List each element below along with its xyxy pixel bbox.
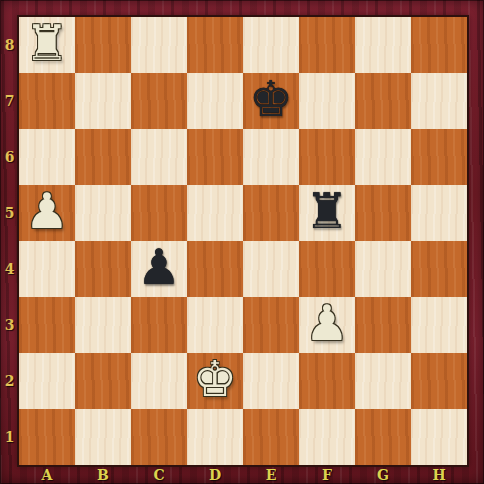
square-b4[interactable] (75, 241, 131, 297)
square-a7[interactable] (19, 73, 75, 129)
white-rook[interactable]: ♜ (25, 19, 69, 68)
square-c7[interactable] (131, 73, 187, 129)
white-pawn[interactable]: ♟ (305, 299, 349, 348)
file-label-g: G (355, 465, 411, 484)
square-f2[interactable] (299, 353, 355, 409)
rank-label-1: 1 (0, 409, 19, 465)
square-c2[interactable] (131, 353, 187, 409)
square-a5[interactable]: ♟ (19, 185, 75, 241)
square-f4[interactable] (299, 241, 355, 297)
square-b8[interactable] (75, 17, 131, 73)
white-pawn[interactable]: ♟ (25, 187, 69, 236)
square-h1[interactable] (411, 409, 467, 465)
square-d4[interactable] (187, 241, 243, 297)
black-pawn[interactable]: ♟ (137, 243, 181, 292)
square-g2[interactable] (355, 353, 411, 409)
rank-label-6: 6 (0, 129, 19, 185)
square-f7[interactable] (299, 73, 355, 129)
square-g4[interactable] (355, 241, 411, 297)
square-g1[interactable] (355, 409, 411, 465)
rank-label-7: 7 (0, 73, 19, 129)
square-e3[interactable] (243, 297, 299, 353)
square-h7[interactable] (411, 73, 467, 129)
file-coordinates: ABCDEFGH (19, 465, 467, 484)
square-c5[interactable] (131, 185, 187, 241)
file-label-c: C (131, 465, 187, 484)
square-g3[interactable] (355, 297, 411, 353)
square-g8[interactable] (355, 17, 411, 73)
square-e5[interactable] (243, 185, 299, 241)
square-a8[interactable]: ♜ (19, 17, 75, 73)
rank-label-8: 8 (0, 17, 19, 73)
rank-label-5: 5 (0, 185, 19, 241)
square-h8[interactable] (411, 17, 467, 73)
square-e4[interactable] (243, 241, 299, 297)
square-f1[interactable] (299, 409, 355, 465)
square-h6[interactable] (411, 129, 467, 185)
square-c8[interactable] (131, 17, 187, 73)
square-a4[interactable] (19, 241, 75, 297)
square-h2[interactable] (411, 353, 467, 409)
square-b2[interactable] (75, 353, 131, 409)
rank-coordinates: 87654321 (0, 17, 19, 465)
white-king[interactable]: ♚ (193, 355, 237, 404)
square-a2[interactable] (19, 353, 75, 409)
square-d2[interactable]: ♚ (187, 353, 243, 409)
file-label-e: E (243, 465, 299, 484)
square-e6[interactable] (243, 129, 299, 185)
rank-label-3: 3 (0, 297, 19, 353)
square-e2[interactable] (243, 353, 299, 409)
file-label-a: A (19, 465, 75, 484)
square-h4[interactable] (411, 241, 467, 297)
square-e8[interactable] (243, 17, 299, 73)
square-e7[interactable]: ♚ (243, 73, 299, 129)
square-g6[interactable] (355, 129, 411, 185)
square-d5[interactable] (187, 185, 243, 241)
square-a1[interactable] (19, 409, 75, 465)
file-label-d: D (187, 465, 243, 484)
square-c1[interactable] (131, 409, 187, 465)
square-b6[interactable] (75, 129, 131, 185)
rank-label-2: 2 (0, 353, 19, 409)
square-c6[interactable] (131, 129, 187, 185)
square-b3[interactable] (75, 297, 131, 353)
square-d6[interactable] (187, 129, 243, 185)
rank-label-4: 4 (0, 241, 19, 297)
square-f8[interactable] (299, 17, 355, 73)
chessboard-frame: 87654321 ♜♚♟♜♟♟♚ ABCDEFGH (0, 0, 484, 484)
square-g5[interactable] (355, 185, 411, 241)
square-h5[interactable] (411, 185, 467, 241)
chessboard: ♜♚♟♜♟♟♚ (19, 17, 467, 465)
square-b5[interactable] (75, 185, 131, 241)
file-label-b: B (75, 465, 131, 484)
square-a3[interactable] (19, 297, 75, 353)
square-b7[interactable] (75, 73, 131, 129)
square-b1[interactable] (75, 409, 131, 465)
square-e1[interactable] (243, 409, 299, 465)
black-rook[interactable]: ♜ (305, 187, 349, 236)
square-f6[interactable] (299, 129, 355, 185)
square-d1[interactable] (187, 409, 243, 465)
black-king[interactable]: ♚ (249, 75, 293, 124)
square-a6[interactable] (19, 129, 75, 185)
square-c3[interactable] (131, 297, 187, 353)
square-f5[interactable]: ♜ (299, 185, 355, 241)
square-d3[interactable] (187, 297, 243, 353)
square-g7[interactable] (355, 73, 411, 129)
file-label-f: F (299, 465, 355, 484)
square-c4[interactable]: ♟ (131, 241, 187, 297)
file-label-h: H (411, 465, 467, 484)
square-f3[interactable]: ♟ (299, 297, 355, 353)
square-d7[interactable] (187, 73, 243, 129)
square-d8[interactable] (187, 17, 243, 73)
square-h3[interactable] (411, 297, 467, 353)
